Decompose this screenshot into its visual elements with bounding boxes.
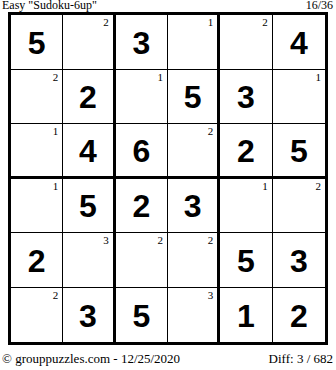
cell-r1c6[interactable]: 4 (273, 15, 325, 70)
cell-r2c4[interactable]: 5 (168, 70, 220, 125)
cell-r2c1[interactable]: 2 (11, 70, 63, 125)
footer-copyright: © grouppuzzles.com - 12/25/2020 (2, 352, 180, 366)
cell-r2c2[interactable]: 2 (63, 70, 115, 125)
given-digit: 5 (184, 79, 202, 113)
cell-r3c1[interactable]: 1 (11, 124, 63, 179)
given-digit: 3 (290, 243, 308, 277)
cell-r4c4[interactable]: 3 (168, 179, 220, 234)
pencil-mark: 2 (157, 235, 163, 246)
progress-indicator: 16/36 (306, 0, 333, 11)
cell-r4c6[interactable]: 2 (273, 179, 325, 234)
given-digit: 6 (132, 133, 150, 167)
pencil-mark: 3 (103, 235, 109, 246)
given-digit: 4 (290, 25, 308, 59)
cell-r1c5[interactable]: 2 (220, 15, 272, 70)
cell-r1c1[interactable]: 5 (11, 15, 63, 70)
given-digit: 2 (28, 243, 46, 277)
pencil-mark: 1 (315, 72, 321, 83)
footer: © grouppuzzles.com - 12/25/2020 Diff: 3 … (2, 352, 333, 367)
footer-difficulty: Diff: 3 / 682 (269, 352, 333, 366)
given-digit: 5 (28, 25, 46, 59)
given-digit: 3 (132, 25, 150, 59)
pencil-mark: 1 (157, 72, 163, 83)
cell-r3c2[interactable]: 4 (63, 124, 115, 179)
cell-r6c4[interactable]: 3 (168, 288, 220, 343)
given-digit: 2 (290, 298, 308, 332)
given-digit: 5 (237, 243, 255, 277)
cell-r5c1[interactable]: 2 (11, 233, 63, 288)
pencil-mark: 2 (53, 290, 59, 301)
cell-r2c6[interactable]: 1 (273, 70, 325, 125)
cell-r1c3[interactable]: 3 (116, 15, 168, 70)
cell-r3c6[interactable]: 5 (273, 124, 325, 179)
pencil-mark: 2 (262, 17, 268, 28)
pencil-mark: 2 (208, 235, 214, 246)
cell-r2c3[interactable]: 1 (116, 70, 168, 125)
cell-r1c4[interactable]: 1 (168, 15, 220, 70)
given-digit: 1 (237, 298, 255, 332)
cell-r4c3[interactable]: 2 (116, 179, 168, 234)
cell-r4c1[interactable]: 1 (11, 179, 63, 234)
pencil-mark: 1 (53, 181, 59, 192)
pencil-mark: 2 (208, 126, 214, 137)
cell-r6c2[interactable]: 3 (63, 288, 115, 343)
cell-r4c2[interactable]: 5 (63, 179, 115, 234)
pencil-mark: 3 (208, 290, 214, 301)
given-digit: 5 (290, 133, 308, 167)
cell-r4c5[interactable]: 1 (220, 179, 272, 234)
cell-r5c6[interactable]: 3 (273, 233, 325, 288)
cell-r3c3[interactable]: 6 (116, 124, 168, 179)
given-digit: 2 (79, 79, 97, 113)
pencil-mark: 1 (208, 17, 214, 28)
cell-r1c2[interactable]: 2 (63, 15, 115, 70)
cell-r2c5[interactable]: 3 (220, 70, 272, 125)
cell-r6c5[interactable]: 1 (220, 288, 272, 343)
cell-r3c5[interactable]: 2 (220, 124, 272, 179)
page-title: Easy "Sudoku-6up" (2, 0, 97, 11)
pencil-mark: 2 (53, 72, 59, 83)
pencil-mark: 2 (315, 181, 321, 192)
cell-r5c4[interactable]: 2 (168, 233, 220, 288)
cell-r3c4[interactable]: 2 (168, 124, 220, 179)
cell-r6c3[interactable]: 5 (116, 288, 168, 343)
cell-r5c2[interactable]: 3 (63, 233, 115, 288)
given-digit: 2 (237, 133, 255, 167)
cell-r5c5[interactable]: 5 (220, 233, 272, 288)
header: Easy "Sudoku-6up" 16/36 (2, 0, 333, 11)
pencil-mark: 2 (103, 17, 109, 28)
cell-r6c6[interactable]: 2 (273, 288, 325, 343)
cell-r6c1[interactable]: 2 (11, 288, 63, 343)
cell-r5c3[interactable]: 2 (116, 233, 168, 288)
pencil-mark: 1 (262, 181, 268, 192)
given-digit: 3 (79, 298, 97, 332)
pencil-mark: 1 (53, 126, 59, 137)
given-digit: 2 (132, 188, 150, 222)
sudoku-grid: 523124221531146225152312232253235312 (8, 12, 328, 345)
given-digit: 3 (237, 79, 255, 113)
given-digit: 5 (132, 298, 150, 332)
given-digit: 5 (79, 188, 97, 222)
given-digit: 3 (184, 188, 202, 222)
given-digit: 4 (79, 133, 97, 167)
